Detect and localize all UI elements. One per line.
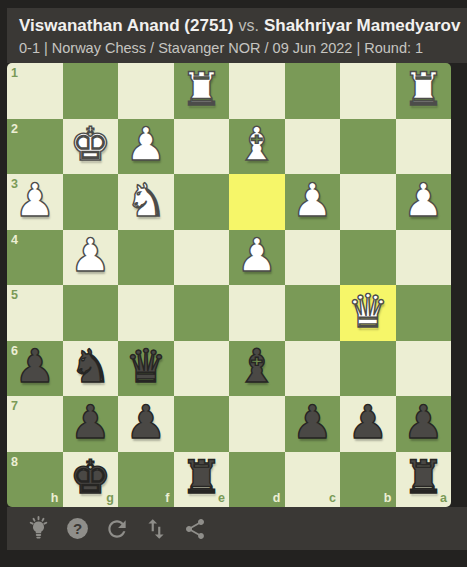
square-a8[interactable]: a♜ [396, 452, 452, 508]
rank-label: 4 [11, 234, 18, 247]
piece-bK[interactable]: ♚ [70, 454, 111, 500]
black-player-name: Shakhriyar Mamedyarov [264, 16, 461, 35]
game-header: Viswanathan Anand (2751)vs.Shakhriyar Ma… [7, 8, 467, 63]
square-c8[interactable]: c [285, 452, 341, 508]
square-c7[interactable]: ♟ [285, 396, 341, 452]
rank-label: 2 [11, 123, 18, 136]
square-a5[interactable] [396, 285, 452, 341]
square-d2[interactable]: ♝ [229, 119, 285, 175]
piece-bP[interactable]: ♟ [70, 399, 111, 445]
piece-wQ[interactable]: ♛ [347, 288, 388, 334]
square-c6[interactable] [285, 341, 341, 397]
chess-widget: Viswanathan Anand (2751)vs.Shakhriyar Ma… [7, 8, 467, 550]
square-f4[interactable] [118, 230, 174, 286]
piece-bR[interactable]: ♜ [403, 454, 444, 500]
piece-wP[interactable]: ♟ [236, 232, 277, 278]
square-c5[interactable] [285, 285, 341, 341]
square-e5[interactable] [174, 285, 230, 341]
square-b4[interactable] [340, 230, 396, 286]
square-f5[interactable] [118, 285, 174, 341]
match-title: Viswanathan Anand (2751)vs.Shakhriyar Ma… [19, 15, 467, 37]
toolbar: ? [7, 507, 467, 550]
square-g3[interactable] [63, 174, 119, 230]
square-g6[interactable]: ♞ [63, 341, 119, 397]
file-label: d [273, 492, 281, 505]
piece-bB[interactable]: ♝ [236, 343, 277, 389]
square-f3[interactable]: ♞ [118, 174, 174, 230]
square-g7[interactable]: ♟ [63, 396, 119, 452]
piece-wP[interactable]: ♟ [70, 232, 111, 278]
square-d1[interactable] [229, 63, 285, 119]
rank-label: 7 [11, 400, 18, 413]
piece-wB[interactable]: ♝ [236, 121, 277, 167]
square-h2[interactable]: 2 [7, 119, 63, 175]
piece-bP[interactable]: ♟ [403, 399, 444, 445]
piece-wN[interactable]: ♞ [125, 177, 166, 223]
piece-wK[interactable]: ♚ [70, 121, 111, 167]
square-b8[interactable]: b [340, 452, 396, 508]
square-f2[interactable]: ♟ [118, 119, 174, 175]
share-icon [183, 517, 207, 541]
square-d5[interactable] [229, 285, 285, 341]
square-e2[interactable] [174, 119, 230, 175]
square-c2[interactable] [285, 119, 341, 175]
file-label: f [165, 492, 169, 505]
file-label: b [384, 492, 392, 505]
hint-button[interactable] [25, 515, 52, 542]
refresh-button[interactable] [103, 515, 130, 542]
square-e8[interactable]: e♜ [174, 452, 230, 508]
square-b2[interactable] [340, 119, 396, 175]
vs-label: vs. [238, 17, 258, 34]
square-d6[interactable]: ♝ [229, 341, 285, 397]
square-b6[interactable] [340, 341, 396, 397]
help-button[interactable]: ? [64, 515, 91, 542]
square-a2[interactable] [396, 119, 452, 175]
square-h8[interactable]: 8h [7, 452, 63, 508]
piece-wP[interactable]: ♟ [403, 177, 444, 223]
piece-bN[interactable]: ♞ [70, 343, 111, 389]
square-h3[interactable]: 3♟ [7, 174, 63, 230]
square-h7[interactable]: 7 [7, 396, 63, 452]
square-c3[interactable]: ♟ [285, 174, 341, 230]
piece-bP[interactable]: ♟ [292, 399, 333, 445]
refresh-icon [104, 516, 130, 542]
square-a4[interactable] [396, 230, 452, 286]
square-e1[interactable]: ♜ [174, 63, 230, 119]
question-mark-icon: ? [65, 516, 90, 541]
share-button[interactable] [181, 515, 208, 542]
square-d8[interactable]: d [229, 452, 285, 508]
lightbulb-icon [26, 516, 51, 541]
square-e4[interactable] [174, 230, 230, 286]
piece-wR[interactable]: ♜ [403, 66, 444, 112]
rank-label: 1 [11, 67, 18, 80]
square-h5[interactable]: 5 [7, 285, 63, 341]
file-label: h [51, 492, 59, 505]
rank-label: 8 [11, 456, 18, 469]
square-f1[interactable] [118, 63, 174, 119]
square-b7[interactable]: ♟ [340, 396, 396, 452]
square-e7[interactable] [174, 396, 230, 452]
square-d7[interactable] [229, 396, 285, 452]
flip-board-button[interactable] [142, 515, 169, 542]
piece-bP[interactable]: ♟ [125, 399, 166, 445]
chess-board: 1♜♜2♚♟♝3♟♞♟♟4♟♟5♛6♟♞♛♝7♟♟♟♟♟8hg♚fe♜dcba♜ [7, 63, 451, 507]
square-h4[interactable]: 4 [7, 230, 63, 286]
piece-wP[interactable]: ♟ [292, 177, 333, 223]
piece-wR[interactable]: ♜ [181, 66, 222, 112]
square-c1[interactable] [285, 63, 341, 119]
square-f7[interactable]: ♟ [118, 396, 174, 452]
square-b5[interactable]: ♛ [340, 285, 396, 341]
game-subtitle: 0-1 | Norway Chess / Stavanger NOR / 09 … [19, 38, 467, 58]
svg-text:?: ? [73, 520, 82, 537]
square-a7[interactable]: ♟ [396, 396, 452, 452]
square-d4[interactable]: ♟ [229, 230, 285, 286]
square-b1[interactable] [340, 63, 396, 119]
swap-vertical-icon [143, 516, 169, 542]
square-f8[interactable]: f [118, 452, 174, 508]
square-e6[interactable] [174, 341, 230, 397]
square-h6[interactable]: 6♟ [7, 341, 63, 397]
square-g1[interactable] [63, 63, 119, 119]
square-g4[interactable]: ♟ [63, 230, 119, 286]
square-g5[interactable] [63, 285, 119, 341]
square-f6[interactable]: ♛ [118, 341, 174, 397]
piece-bP[interactable]: ♟ [14, 343, 55, 389]
piece-bQ[interactable]: ♛ [125, 343, 166, 389]
square-d3[interactable] [229, 174, 285, 230]
file-label: c [329, 492, 336, 505]
square-b3[interactable] [340, 174, 396, 230]
square-g8[interactable]: g♚ [63, 452, 119, 508]
square-g2[interactable]: ♚ [63, 119, 119, 175]
square-a1[interactable]: ♜ [396, 63, 452, 119]
square-h1[interactable]: 1 [7, 63, 63, 119]
piece-wP[interactable]: ♟ [125, 121, 166, 167]
square-c4[interactable] [285, 230, 341, 286]
square-e3[interactable] [174, 174, 230, 230]
square-a3[interactable]: ♟ [396, 174, 452, 230]
white-player-name: Viswanathan Anand (2751) [19, 16, 233, 35]
piece-bP[interactable]: ♟ [347, 399, 388, 445]
rank-label: 5 [11, 289, 18, 302]
piece-bR[interactable]: ♜ [181, 454, 222, 500]
square-a6[interactable] [396, 341, 452, 397]
piece-wP[interactable]: ♟ [14, 177, 55, 223]
